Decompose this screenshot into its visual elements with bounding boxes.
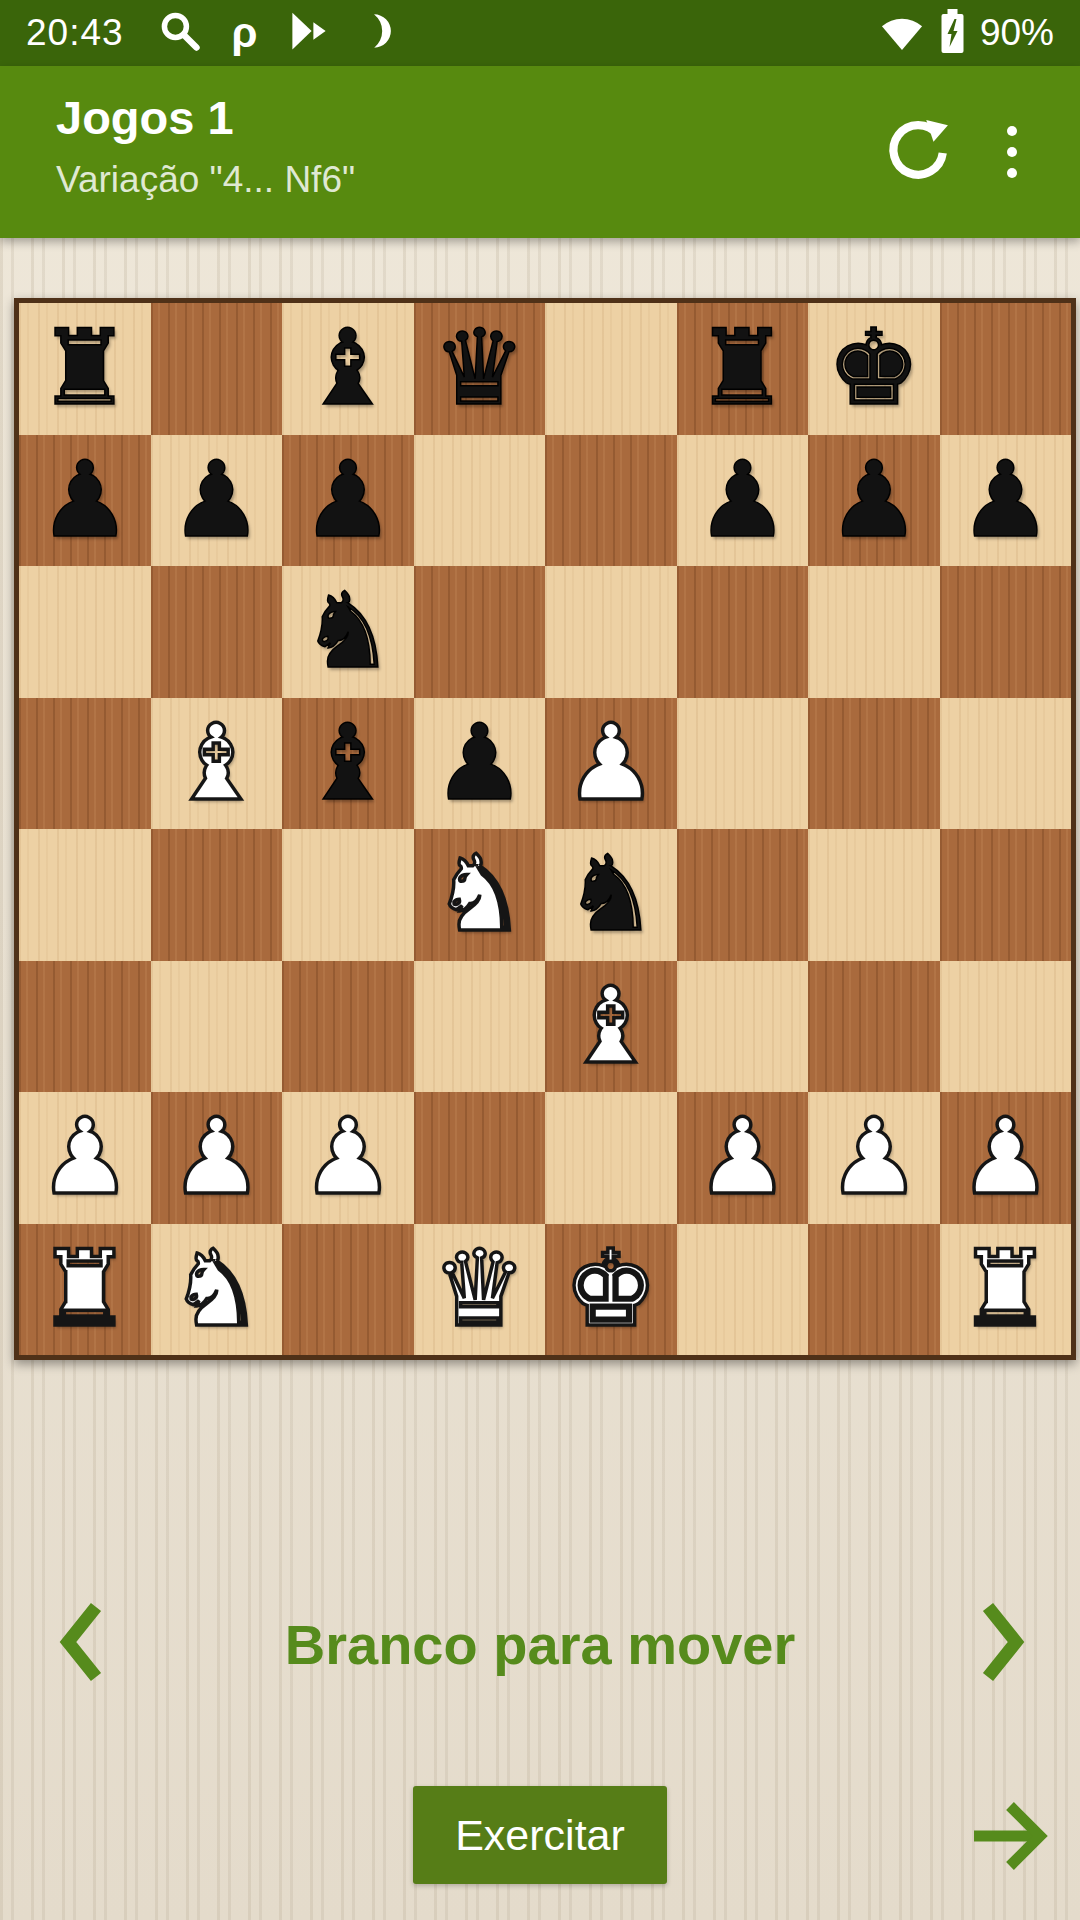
- square-d7[interactable]: [414, 435, 546, 567]
- square-e6[interactable]: [545, 566, 677, 698]
- square-d4[interactable]: ♞: [414, 829, 546, 961]
- square-a6[interactable]: [19, 566, 151, 698]
- page-subtitle: Variação "4... Nf6": [56, 159, 355, 201]
- square-g2[interactable]: ♟: [808, 1092, 940, 1224]
- black-pawn: ♟: [169, 448, 263, 553]
- square-c3[interactable]: [282, 961, 414, 1093]
- square-a5[interactable]: [19, 698, 151, 830]
- square-e8[interactable]: [545, 303, 677, 435]
- black-pawn: ♟: [38, 448, 132, 553]
- white-pawn: ♟: [169, 1105, 263, 1210]
- black-rook: ♜: [38, 316, 132, 421]
- white-rook: ♜: [38, 1237, 132, 1342]
- square-a8[interactable]: ♜: [19, 303, 151, 435]
- wifi-icon: [879, 10, 925, 56]
- square-c2[interactable]: ♟: [282, 1092, 414, 1224]
- white-king: ♚: [564, 1237, 658, 1342]
- square-e5[interactable]: ♟: [545, 698, 677, 830]
- square-c5[interactable]: ♝: [282, 698, 414, 830]
- black-pawn: ♟: [301, 448, 395, 553]
- white-pawn: ♟: [958, 1105, 1052, 1210]
- square-f1[interactable]: [677, 1224, 809, 1356]
- square-a7[interactable]: ♟: [19, 435, 151, 567]
- square-b5[interactable]: ♝: [151, 698, 283, 830]
- white-queen: ♛: [432, 1237, 526, 1342]
- square-c8[interactable]: ♝: [282, 303, 414, 435]
- square-b6[interactable]: [151, 566, 283, 698]
- square-h2[interactable]: ♟: [940, 1092, 1072, 1224]
- square-c6[interactable]: ♞: [282, 566, 414, 698]
- black-pawn: ♟: [695, 448, 789, 553]
- black-queen: ♛: [432, 316, 526, 421]
- square-h6[interactable]: [940, 566, 1072, 698]
- play-store-icon: [288, 9, 330, 57]
- black-pawn: ♟: [432, 711, 526, 816]
- next-move-button[interactable]: [980, 1601, 1026, 1687]
- black-knight: ♞: [564, 842, 658, 947]
- chevron-right-icon: [980, 1669, 1026, 1686]
- square-e4[interactable]: ♞: [545, 829, 677, 961]
- square-b4[interactable]: [151, 829, 283, 961]
- night-mode-icon: [360, 9, 398, 57]
- battery-percent: 90%: [980, 12, 1054, 54]
- square-h3[interactable]: [940, 961, 1072, 1093]
- black-pawn: ♟: [958, 448, 1052, 553]
- next-exercise-arrow-button[interactable]: [970, 1798, 1050, 1878]
- square-g7[interactable]: ♟: [808, 435, 940, 567]
- square-g5[interactable]: [808, 698, 940, 830]
- square-c1[interactable]: [282, 1224, 414, 1356]
- white-rook: ♜: [958, 1237, 1052, 1342]
- chess-board: ♜♝♛♜♚♟♟♟♟♟♟♞♝♝♟♟♞♞♝♟♟♟♟♟♟♜♞♛♚♜: [14, 298, 1076, 1360]
- exercise-button[interactable]: Exercitar: [413, 1786, 667, 1884]
- app-bar: Jogos 1 Variação "4... Nf6": [0, 66, 1080, 238]
- clock: 20:43: [26, 12, 124, 54]
- square-e7[interactable]: [545, 435, 677, 567]
- square-g1[interactable]: [808, 1224, 940, 1356]
- refresh-button[interactable]: [878, 66, 958, 238]
- arrow-right-icon: [970, 1860, 1050, 1877]
- square-d1[interactable]: ♛: [414, 1224, 546, 1356]
- square-h7[interactable]: ♟: [940, 435, 1072, 567]
- search-icon: [158, 9, 202, 57]
- square-a2[interactable]: ♟: [19, 1092, 151, 1224]
- refresh-icon: [885, 117, 951, 187]
- square-b1[interactable]: ♞: [151, 1224, 283, 1356]
- square-c4[interactable]: [282, 829, 414, 961]
- square-f2[interactable]: ♟: [677, 1092, 809, 1224]
- square-e3[interactable]: ♝: [545, 961, 677, 1093]
- black-knight: ♞: [301, 579, 395, 684]
- square-d8[interactable]: ♛: [414, 303, 546, 435]
- overflow-menu-icon: [1007, 126, 1017, 178]
- p-app-icon: ρ: [232, 12, 258, 54]
- move-navigation: Branco para mover: [0, 1588, 1080, 1700]
- square-b3[interactable]: [151, 961, 283, 1093]
- square-b7[interactable]: ♟: [151, 435, 283, 567]
- square-f6[interactable]: [677, 566, 809, 698]
- square-a4[interactable]: [19, 829, 151, 961]
- square-h4[interactable]: [940, 829, 1072, 961]
- turn-status-text: Branco para mover: [0, 1612, 1080, 1677]
- white-bishop: ♝: [564, 974, 658, 1079]
- square-d5[interactable]: ♟: [414, 698, 546, 830]
- white-bishop: ♝: [169, 711, 263, 816]
- overflow-menu-button[interactable]: [972, 66, 1052, 238]
- status-bar: 20:43 ρ 90%: [0, 0, 1080, 66]
- black-king: ♚: [827, 316, 921, 421]
- square-f3[interactable]: [677, 961, 809, 1093]
- white-pawn: ♟: [695, 1105, 789, 1210]
- black-rook: ♜: [695, 316, 789, 421]
- square-f8[interactable]: ♜: [677, 303, 809, 435]
- black-pawn: ♟: [827, 448, 921, 553]
- square-g3[interactable]: [808, 961, 940, 1093]
- square-c7[interactable]: ♟: [282, 435, 414, 567]
- black-bishop: ♝: [301, 316, 395, 421]
- square-f7[interactable]: ♟: [677, 435, 809, 567]
- square-a3[interactable]: [19, 961, 151, 1093]
- page-title: Jogos 1: [56, 90, 355, 145]
- square-d6[interactable]: [414, 566, 546, 698]
- square-f4[interactable]: [677, 829, 809, 961]
- square-h5[interactable]: [940, 698, 1072, 830]
- white-pawn: ♟: [827, 1105, 921, 1210]
- square-b2[interactable]: ♟: [151, 1092, 283, 1224]
- square-g6[interactable]: [808, 566, 940, 698]
- square-e2[interactable]: [545, 1092, 677, 1224]
- square-b8[interactable]: [151, 303, 283, 435]
- white-pawn: ♟: [564, 711, 658, 816]
- black-bishop: ♝: [301, 711, 395, 816]
- square-h8[interactable]: [940, 303, 1072, 435]
- white-knight: ♞: [432, 842, 526, 947]
- white-pawn: ♟: [301, 1105, 395, 1210]
- white-knight: ♞: [169, 1237, 263, 1342]
- battery-charging-icon: [939, 8, 966, 58]
- square-g8[interactable]: ♚: [808, 303, 940, 435]
- square-a1[interactable]: ♜: [19, 1224, 151, 1356]
- square-f5[interactable]: [677, 698, 809, 830]
- square-h1[interactable]: ♜: [940, 1224, 1072, 1356]
- square-g4[interactable]: [808, 829, 940, 961]
- square-d3[interactable]: [414, 961, 546, 1093]
- square-e1[interactable]: ♚: [545, 1224, 677, 1356]
- white-pawn: ♟: [38, 1105, 132, 1210]
- square-d2[interactable]: [414, 1092, 546, 1224]
